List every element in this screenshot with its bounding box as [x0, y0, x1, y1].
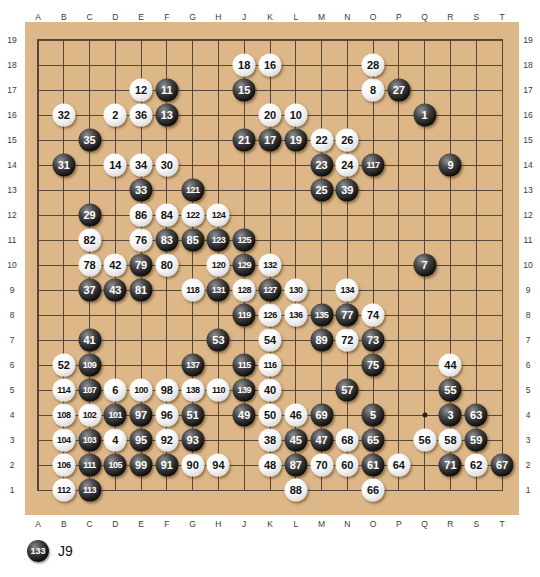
stone-number: 49 — [238, 410, 250, 421]
stone-K10[interactable]: 132 — [259, 254, 282, 277]
stone-R14[interactable]: 9 — [439, 154, 462, 177]
col-label-top: A — [35, 13, 41, 22]
stone-number: 27 — [393, 85, 405, 96]
row-label-right: 8 — [526, 311, 531, 320]
row-label-left: 12 — [7, 211, 16, 220]
stone-G5[interactable]: 138 — [181, 379, 204, 402]
stone-number: 3 — [447, 410, 453, 421]
stone-E3[interactable]: 95 — [130, 429, 153, 452]
stone-G12[interactable]: 122 — [181, 204, 204, 227]
stone-number: 105 — [109, 461, 123, 470]
stone-L2[interactable]: 87 — [284, 454, 307, 477]
stone-H9[interactable]: 131 — [207, 279, 230, 302]
stone-number: 17 — [264, 135, 276, 146]
stone-P17[interactable]: 27 — [387, 79, 410, 102]
stone-number: 83 — [161, 235, 173, 246]
stone-N5[interactable]: 57 — [336, 379, 359, 402]
stone-D9[interactable]: 43 — [104, 279, 127, 302]
col-label-top: H — [215, 13, 221, 22]
stone-D5[interactable]: 6 — [104, 379, 127, 402]
stone-number: 73 — [367, 335, 379, 346]
stone-L8[interactable]: 136 — [284, 304, 307, 327]
stone-C10[interactable]: 78 — [78, 254, 101, 277]
stone-number: 32 — [58, 110, 70, 121]
col-label-bottom: N — [344, 520, 350, 529]
stone-number: 126 — [263, 311, 277, 320]
stone-M2[interactable]: 70 — [310, 454, 333, 477]
stone-K5[interactable]: 40 — [259, 379, 282, 402]
stone-N2[interactable]: 60 — [336, 454, 359, 477]
stone-R2[interactable]: 71 — [439, 454, 462, 477]
stone-number: 1 — [422, 110, 428, 121]
col-label-bottom: G — [189, 520, 196, 529]
stone-R3[interactable]: 58 — [439, 429, 462, 452]
stone-J9[interactable]: 128 — [233, 279, 256, 302]
row-label-right: 17 — [523, 86, 532, 95]
stone-C12[interactable]: 29 — [78, 204, 101, 227]
stone-number: 10 — [290, 110, 302, 121]
stone-H11[interactable]: 123 — [207, 229, 230, 252]
stone-F11[interactable]: 83 — [155, 229, 178, 252]
stone-R5[interactable]: 55 — [439, 379, 462, 402]
stone-number: 94 — [212, 460, 224, 471]
stone-number: 18 — [238, 60, 250, 71]
stone-number: 34 — [135, 160, 147, 171]
stone-J5[interactable]: 139 — [233, 379, 256, 402]
stone-P2[interactable]: 64 — [387, 454, 410, 477]
stone-E5[interactable]: 100 — [130, 379, 153, 402]
stone-number: 106 — [57, 461, 71, 470]
stone-number: 21 — [238, 135, 250, 146]
stone-number: 47 — [315, 435, 327, 446]
stone-H10[interactable]: 120 — [207, 254, 230, 277]
stone-E16[interactable]: 36 — [130, 104, 153, 127]
row-label-right: 4 — [526, 411, 531, 420]
stone-F12[interactable]: 84 — [155, 204, 178, 227]
stone-K15[interactable]: 17 — [259, 129, 282, 152]
stone-S3[interactable]: 59 — [465, 429, 488, 452]
stone-number: 62 — [470, 460, 482, 471]
stone-S4[interactable]: 63 — [465, 404, 488, 427]
stone-D10[interactable]: 42 — [104, 254, 127, 277]
col-label-top: P — [396, 13, 402, 22]
col-label-top: B — [61, 13, 67, 22]
stone-C11[interactable]: 82 — [78, 229, 101, 252]
row-label-left: 3 — [10, 436, 15, 445]
stone-E10[interactable]: 79 — [130, 254, 153, 277]
row-label-right: 7 — [526, 336, 531, 345]
stone-number: 53 — [212, 335, 224, 346]
stone-Q3[interactable]: 56 — [413, 429, 436, 452]
stone-number: 137 — [186, 361, 200, 370]
col-label-top: O — [370, 13, 377, 22]
stone-number: 93 — [187, 435, 199, 446]
stone-number: 134 — [341, 286, 355, 295]
stone-number: 8 — [370, 85, 376, 96]
col-label-top: L — [293, 13, 298, 22]
stone-B14[interactable]: 31 — [52, 154, 75, 177]
col-label-top: J — [242, 13, 246, 22]
col-label-top: G — [189, 13, 196, 22]
stone-N8[interactable]: 77 — [336, 304, 359, 327]
stone-number: 12 — [135, 85, 147, 96]
stone-D16[interactable]: 2 — [104, 104, 127, 127]
stone-number: 74 — [367, 310, 379, 321]
stone-number: 138 — [186, 386, 200, 395]
row-label-left: 10 — [7, 261, 16, 270]
stone-number: 2 — [112, 110, 118, 121]
col-label-top: M — [318, 13, 325, 22]
stone-O6[interactable]: 75 — [362, 354, 385, 377]
stone-number: 90 — [187, 460, 199, 471]
stone-number: 88 — [290, 485, 302, 496]
stone-number: 38 — [264, 435, 276, 446]
row-label-right: 13 — [523, 186, 532, 195]
stone-M13[interactable]: 25 — [310, 179, 333, 202]
stone-J17[interactable]: 15 — [233, 79, 256, 102]
col-label-bottom: O — [370, 520, 377, 529]
stone-M15[interactable]: 22 — [310, 129, 333, 152]
stone-C3[interactable]: 103 — [78, 429, 101, 452]
stone-number: 117 — [367, 161, 380, 170]
stone-H7[interactable]: 53 — [207, 329, 230, 352]
caption-stone: 133 — [27, 540, 49, 562]
stone-Q10[interactable]: 7 — [413, 254, 436, 277]
stone-D4[interactable]: 101 — [104, 404, 127, 427]
stone-G2[interactable]: 90 — [181, 454, 204, 477]
stone-C4[interactable]: 102 — [78, 404, 101, 427]
stone-K2[interactable]: 48 — [259, 454, 282, 477]
col-label-bottom: P — [396, 520, 402, 529]
stone-N13[interactable]: 39 — [336, 179, 359, 202]
row-label-left: 5 — [10, 386, 15, 395]
stone-F4[interactable]: 96 — [155, 404, 178, 427]
stone-number: 66 — [367, 485, 379, 496]
stone-number: 92 — [161, 435, 173, 446]
col-label-bottom: S — [473, 520, 479, 529]
stone-number: 101 — [109, 411, 123, 420]
stone-number: 107 — [83, 386, 97, 395]
stone-number: 72 — [341, 335, 353, 346]
stone-number: 58 — [444, 435, 456, 446]
stone-number: 109 — [83, 361, 97, 370]
row-label-left: 9 — [10, 286, 15, 295]
stone-F3[interactable]: 92 — [155, 429, 178, 452]
star-point — [422, 413, 427, 418]
stone-number: 63 — [470, 410, 482, 421]
row-label-right: 3 — [526, 436, 531, 445]
col-label-bottom: E — [138, 520, 144, 529]
stone-T2[interactable]: 67 — [491, 454, 514, 477]
stone-number: 7 — [422, 260, 428, 271]
col-label-bottom: J — [242, 520, 246, 529]
stone-number: 82 — [83, 235, 95, 246]
stone-O14[interactable]: 117 — [362, 154, 385, 177]
stone-number: 76 — [135, 235, 147, 246]
stone-number: 132 — [263, 261, 277, 270]
caption-stone-number: 133 — [30, 546, 45, 556]
stone-number: 124 — [212, 211, 226, 220]
stone-O4[interactable]: 5 — [362, 404, 385, 427]
stone-number: 9 — [447, 160, 453, 171]
stone-number: 69 — [315, 410, 327, 421]
stone-number: 30 — [161, 160, 173, 171]
stone-K16[interactable]: 20 — [259, 104, 282, 127]
stone-number: 113 — [83, 486, 96, 495]
stone-number: 26 — [341, 135, 353, 146]
stone-K4[interactable]: 50 — [259, 404, 282, 427]
stone-C6[interactable]: 109 — [78, 354, 101, 377]
stone-number: 111 — [83, 461, 96, 470]
row-label-left: 19 — [7, 36, 16, 45]
stone-E11[interactable]: 76 — [130, 229, 153, 252]
row-label-left: 17 — [7, 86, 16, 95]
row-label-right: 19 — [523, 36, 532, 45]
stone-M8[interactable]: 135 — [310, 304, 333, 327]
col-label-bottom: D — [112, 520, 118, 529]
stone-number: 128 — [237, 286, 251, 295]
stone-number: 119 — [238, 311, 251, 320]
stone-number: 91 — [161, 460, 173, 471]
stone-G6[interactable]: 137 — [181, 354, 204, 377]
stone-J15[interactable]: 21 — [233, 129, 256, 152]
stone-N15[interactable]: 26 — [336, 129, 359, 152]
stone-M3[interactable]: 47 — [310, 429, 333, 452]
stone-number: 79 — [135, 260, 147, 271]
stone-B3[interactable]: 104 — [52, 429, 75, 452]
stone-number: 100 — [134, 386, 148, 395]
stone-number: 13 — [161, 110, 173, 121]
stone-E17[interactable]: 12 — [130, 79, 153, 102]
stone-K9[interactable]: 127 — [259, 279, 282, 302]
stone-M7[interactable]: 89 — [310, 329, 333, 352]
stone-C1[interactable]: 113 — [78, 479, 101, 502]
col-label-top: K — [267, 13, 273, 22]
stone-number: 61 — [367, 460, 379, 471]
stone-number: 65 — [367, 435, 379, 446]
stone-number: 139 — [237, 386, 251, 395]
stone-number: 127 — [263, 286, 277, 295]
stone-L1[interactable]: 88 — [284, 479, 307, 502]
stone-number: 114 — [57, 386, 70, 395]
stone-number: 85 — [187, 235, 199, 246]
row-label-right: 11 — [524, 236, 533, 245]
stone-C9[interactable]: 37 — [78, 279, 101, 302]
stone-N9[interactable]: 134 — [336, 279, 359, 302]
col-label-bottom: H — [215, 520, 221, 529]
stone-number: 115 — [238, 361, 251, 370]
stone-G11[interactable]: 85 — [181, 229, 204, 252]
row-label-left: 15 — [7, 136, 16, 145]
stone-number: 77 — [341, 310, 353, 321]
stone-B4[interactable]: 108 — [52, 404, 75, 427]
stone-number: 120 — [212, 261, 226, 270]
stone-R4[interactable]: 3 — [439, 404, 462, 427]
stone-L3[interactable]: 45 — [284, 429, 307, 452]
stone-number: 87 — [290, 460, 302, 471]
col-label-top: E — [138, 13, 144, 22]
stone-E2[interactable]: 99 — [130, 454, 153, 477]
stone-M14[interactable]: 23 — [310, 154, 333, 177]
stone-number: 84 — [161, 210, 173, 221]
stone-C7[interactable]: 41 — [78, 329, 101, 352]
stone-F10[interactable]: 80 — [155, 254, 178, 277]
stone-F5[interactable]: 98 — [155, 379, 178, 402]
stone-H12[interactable]: 124 — [207, 204, 230, 227]
stone-number: 37 — [83, 285, 95, 296]
stone-number: 29 — [83, 210, 95, 221]
stone-S2[interactable]: 62 — [465, 454, 488, 477]
col-label-bottom: M — [318, 520, 325, 529]
stone-number: 54 — [264, 335, 276, 346]
stone-R6[interactable]: 44 — [439, 354, 462, 377]
stone-number: 136 — [289, 311, 303, 320]
stone-K18[interactable]: 16 — [259, 54, 282, 77]
stone-O3[interactable]: 65 — [362, 429, 385, 452]
stone-H2[interactable]: 94 — [207, 454, 230, 477]
stone-number: 45 — [290, 435, 302, 446]
stone-number: 125 — [237, 236, 251, 245]
stone-E12[interactable]: 86 — [130, 204, 153, 227]
stone-H5[interactable]: 110 — [207, 379, 230, 402]
stone-number: 15 — [238, 85, 250, 96]
row-label-right: 12 — [523, 211, 532, 220]
stone-D2[interactable]: 105 — [104, 454, 127, 477]
stone-number: 4 — [112, 435, 118, 446]
stone-K7[interactable]: 54 — [259, 329, 282, 352]
stone-number: 118 — [186, 286, 199, 295]
row-label-left: 8 — [10, 311, 15, 320]
stone-B16[interactable]: 32 — [52, 104, 75, 127]
stone-number: 110 — [212, 386, 225, 395]
stone-F17[interactable]: 11 — [155, 79, 178, 102]
stone-N7[interactable]: 72 — [336, 329, 359, 352]
stone-number: 129 — [237, 261, 251, 270]
stone-M4[interactable]: 69 — [310, 404, 333, 427]
stone-L15[interactable]: 19 — [284, 129, 307, 152]
stone-L9[interactable]: 130 — [284, 279, 307, 302]
stone-C5[interactable]: 107 — [78, 379, 101, 402]
stone-Q16[interactable]: 1 — [413, 104, 436, 127]
stone-N3[interactable]: 68 — [336, 429, 359, 452]
row-label-right: 16 — [523, 111, 532, 120]
col-label-top: T — [499, 13, 504, 22]
stone-E4[interactable]: 97 — [130, 404, 153, 427]
stone-E9[interactable]: 81 — [130, 279, 153, 302]
stone-number: 31 — [58, 160, 70, 171]
stone-E14[interactable]: 34 — [130, 154, 153, 177]
row-label-left: 16 — [7, 111, 16, 120]
stone-O2[interactable]: 61 — [362, 454, 385, 477]
stone-number: 67 — [496, 460, 508, 471]
stone-number: 116 — [263, 361, 276, 370]
stone-L16[interactable]: 10 — [284, 104, 307, 127]
stone-number: 16 — [264, 60, 276, 71]
stone-B6[interactable]: 52 — [52, 354, 75, 377]
stone-J4[interactable]: 49 — [233, 404, 256, 427]
stone-number: 104 — [57, 436, 71, 445]
stone-J6[interactable]: 115 — [233, 354, 256, 377]
row-label-right: 1 — [526, 486, 531, 495]
stone-O1[interactable]: 66 — [362, 479, 385, 502]
stone-number: 35 — [83, 135, 95, 146]
stone-K3[interactable]: 38 — [259, 429, 282, 452]
stone-J11[interactable]: 125 — [233, 229, 256, 252]
stone-F2[interactable]: 91 — [155, 454, 178, 477]
stone-G9[interactable]: 118 — [181, 279, 204, 302]
stone-E13[interactable]: 33 — [130, 179, 153, 202]
stone-F14[interactable]: 30 — [155, 154, 178, 177]
stone-number: 60 — [341, 460, 353, 471]
stone-D14[interactable]: 14 — [104, 154, 127, 177]
row-label-right: 2 — [526, 461, 531, 470]
stone-number: 6 — [112, 385, 118, 396]
stone-number: 44 — [444, 360, 456, 371]
stone-K8[interactable]: 126 — [259, 304, 282, 327]
stone-number: 122 — [186, 211, 200, 220]
row-label-right: 9 — [526, 286, 531, 295]
stone-number: 22 — [315, 135, 327, 146]
stone-K6[interactable]: 116 — [259, 354, 282, 377]
stone-number: 75 — [367, 360, 379, 371]
stone-number: 19 — [290, 135, 302, 146]
stone-number: 71 — [444, 460, 456, 471]
col-label-top: D — [112, 13, 118, 22]
stone-number: 40 — [264, 385, 276, 396]
stone-O18[interactable]: 28 — [362, 54, 385, 77]
stone-G13[interactable]: 121 — [181, 179, 204, 202]
stone-number: 131 — [212, 286, 226, 295]
stone-number: 98 — [161, 385, 173, 396]
stone-number: 57 — [341, 385, 353, 396]
go-board[interactable]: 1234567891011121314151617181920212223242… — [25, 22, 519, 515]
col-label-top: C — [86, 13, 92, 22]
col-label-top: N — [344, 13, 350, 22]
stone-number: 51 — [187, 410, 199, 421]
stone-number: 42 — [109, 260, 121, 271]
stone-number: 99 — [135, 460, 147, 471]
stone-B2[interactable]: 106 — [52, 454, 75, 477]
stone-J18[interactable]: 18 — [233, 54, 256, 77]
col-label-bottom: B — [61, 520, 67, 529]
stone-number: 23 — [315, 160, 327, 171]
stone-number: 48 — [264, 460, 276, 471]
stone-B1[interactable]: 112 — [52, 479, 75, 502]
row-label-left: 18 — [7, 61, 16, 70]
stone-C2[interactable]: 111 — [78, 454, 101, 477]
stone-number: 121 — [186, 186, 200, 195]
row-label-left: 7 — [10, 336, 15, 345]
stone-number: 108 — [57, 411, 71, 420]
stone-J8[interactable]: 119 — [233, 304, 256, 327]
stone-G3[interactable]: 93 — [181, 429, 204, 452]
stone-G4[interactable]: 51 — [181, 404, 204, 427]
stone-B5[interactable]: 114 — [52, 379, 75, 402]
stone-C15[interactable]: 35 — [78, 129, 101, 152]
stone-O7[interactable]: 73 — [362, 329, 385, 352]
stone-number: 11 — [161, 85, 173, 96]
stone-D3[interactable]: 4 — [104, 429, 127, 452]
stone-N14[interactable]: 24 — [336, 154, 359, 177]
stone-O8[interactable]: 74 — [362, 304, 385, 327]
stone-number: 5 — [370, 410, 376, 421]
stone-L4[interactable]: 46 — [284, 404, 307, 427]
stone-number: 70 — [315, 460, 327, 471]
stone-number: 14 — [109, 160, 121, 171]
stone-O17[interactable]: 8 — [362, 79, 385, 102]
stone-F16[interactable]: 13 — [155, 104, 178, 127]
stone-J10[interactable]: 129 — [233, 254, 256, 277]
